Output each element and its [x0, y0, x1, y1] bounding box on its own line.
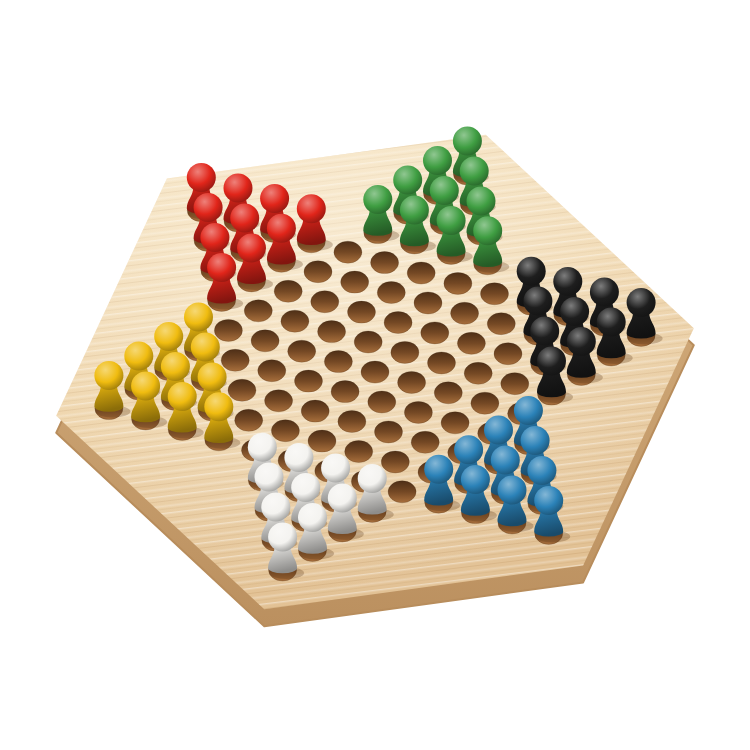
board-hole[interactable] [331, 381, 359, 403]
peg-head [514, 396, 543, 425]
board-hole[interactable] [308, 430, 336, 452]
board-hole[interactable] [411, 431, 439, 453]
peg-head [191, 332, 220, 361]
peg-head [328, 483, 357, 512]
board-hole[interactable] [318, 321, 346, 343]
peg-head [198, 362, 227, 391]
peg-head [473, 216, 502, 245]
peg-head [393, 166, 422, 195]
peg-head [437, 206, 466, 235]
peg-head [484, 416, 513, 445]
board-hole[interactable] [288, 340, 316, 362]
board-hole[interactable] [434, 382, 462, 404]
board-hole[interactable] [334, 241, 362, 263]
board-hole[interactable] [384, 312, 412, 334]
board-hole[interactable] [271, 420, 299, 442]
peg-head [291, 473, 320, 502]
peg-head [260, 184, 289, 213]
board-hole[interactable] [377, 282, 405, 304]
peg-head [124, 342, 153, 371]
peg-head [267, 214, 296, 243]
board-hole[interactable] [265, 390, 293, 412]
board-hole[interactable] [444, 272, 472, 294]
board-hole[interactable] [451, 302, 479, 324]
board-hole[interactable] [494, 343, 522, 365]
peg-head [534, 486, 563, 515]
peg-head [527, 456, 556, 485]
peg-head [498, 476, 527, 505]
peg-head [530, 317, 559, 346]
board-hole[interactable] [398, 371, 426, 393]
peg-head [131, 372, 160, 401]
board-hole[interactable] [274, 280, 302, 302]
board-hole[interactable] [414, 292, 442, 314]
peg-head [321, 454, 350, 483]
board-hole[interactable] [428, 352, 456, 374]
peg-head [184, 302, 213, 331]
peg-head [298, 503, 327, 532]
board-hole[interactable] [348, 301, 376, 323]
peg-head [224, 174, 253, 203]
board-hole[interactable] [361, 361, 389, 383]
peg-head [400, 196, 429, 225]
chinese-checkers-product-photo [0, 0, 750, 750]
board-hole[interactable] [457, 332, 485, 354]
peg-head [255, 463, 284, 492]
peg-head [194, 193, 223, 222]
peg-head [424, 455, 453, 484]
board-hole[interactable] [304, 261, 332, 283]
board-hole[interactable] [228, 379, 256, 401]
peg-head [248, 433, 277, 462]
peg-head [521, 426, 550, 455]
board-hole[interactable] [295, 370, 323, 392]
peg-head [230, 203, 259, 232]
board-hole[interactable] [341, 271, 369, 293]
board-hole[interactable] [214, 319, 242, 341]
board-hole[interactable] [388, 481, 416, 503]
peg-head [454, 435, 483, 464]
board-hole[interactable] [338, 411, 366, 433]
peg-head [154, 322, 183, 351]
peg-head [537, 347, 566, 376]
peg-head [200, 223, 229, 252]
peg-head [461, 465, 490, 494]
board-hole[interactable] [481, 283, 509, 305]
board-hole[interactable] [221, 349, 249, 371]
peg-head [453, 127, 482, 156]
board-hole[interactable] [301, 400, 329, 422]
peg-head [517, 257, 546, 286]
peg-head [187, 163, 216, 192]
board-hole[interactable] [324, 351, 352, 373]
board-hole[interactable] [381, 451, 409, 473]
peg-head [430, 176, 459, 205]
board-hole[interactable] [421, 322, 449, 344]
peg-head [358, 464, 387, 493]
board-hole[interactable] [345, 441, 373, 463]
peg-head [590, 278, 619, 307]
peg-head [627, 288, 656, 317]
peg-head [94, 361, 123, 390]
chinese-checkers-board [0, 0, 750, 750]
peg-head [597, 308, 626, 337]
board-hole[interactable] [375, 421, 403, 443]
peg-head [204, 392, 233, 421]
peg-head [467, 186, 496, 215]
board-hole[interactable] [407, 262, 435, 284]
peg-head [261, 493, 290, 522]
board-hole[interactable] [441, 412, 469, 434]
peg-head [491, 446, 520, 475]
board-hole[interactable] [281, 310, 309, 332]
board-hole[interactable] [471, 392, 499, 414]
peg-head [297, 194, 326, 223]
board-hole[interactable] [311, 291, 339, 313]
board-hole[interactable] [464, 362, 492, 384]
board-hole[interactable] [487, 313, 515, 335]
peg-head [553, 267, 582, 296]
peg-head [284, 443, 313, 472]
peg-head [567, 327, 596, 356]
board-hole[interactable] [391, 341, 419, 363]
peg-head [268, 523, 297, 552]
peg-head [363, 185, 392, 214]
board-hole[interactable] [501, 373, 529, 395]
peg-head [207, 253, 236, 282]
peg-head [523, 287, 552, 316]
board-hole[interactable] [368, 391, 396, 413]
board-hole[interactable] [404, 401, 432, 423]
peg-head [161, 352, 190, 381]
board-hole[interactable] [371, 252, 399, 274]
board-hole[interactable] [235, 409, 263, 431]
board-hole[interactable] [258, 360, 286, 382]
board-hole[interactable] [251, 330, 279, 352]
board-hole[interactable] [354, 331, 382, 353]
peg-head [423, 146, 452, 175]
peg-head [237, 233, 266, 262]
board-hole[interactable] [244, 300, 272, 322]
peg-head [460, 156, 489, 185]
peg-head [560, 297, 589, 326]
peg-head [168, 382, 197, 411]
